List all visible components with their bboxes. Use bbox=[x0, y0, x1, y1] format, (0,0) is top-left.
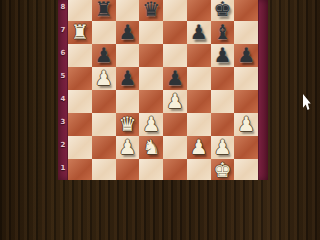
white-pawn[interactable]: ♟ bbox=[116, 136, 140, 159]
square-e1[interactable] bbox=[163, 159, 187, 180]
square-f4[interactable] bbox=[187, 90, 211, 113]
square-h1[interactable] bbox=[234, 159, 258, 180]
square-a6[interactable] bbox=[68, 44, 92, 67]
white-rook[interactable]: ♜ bbox=[68, 21, 92, 44]
square-h3[interactable]: ♟ bbox=[234, 113, 258, 136]
rank-label-5: 5 bbox=[58, 72, 68, 80]
square-c5[interactable]: ♟ bbox=[116, 67, 140, 90]
square-h8[interactable] bbox=[234, 0, 258, 21]
square-g5[interactable] bbox=[211, 67, 235, 90]
app-background: { "game": "chess", "position": "1r1q2k1/… bbox=[0, 0, 320, 180]
black-pawn[interactable]: ♟ bbox=[163, 67, 187, 90]
black-pawn[interactable]: ♟ bbox=[92, 44, 116, 67]
square-e5[interactable]: ♟ bbox=[163, 67, 187, 90]
rank-coordinates: 87654321 bbox=[58, 0, 68, 180]
square-f8[interactable] bbox=[187, 0, 211, 21]
square-h7[interactable] bbox=[234, 21, 258, 44]
black-pawn[interactable]: ♟ bbox=[211, 44, 235, 67]
black-pawn[interactable]: ♟ bbox=[116, 21, 140, 44]
square-e2[interactable] bbox=[163, 136, 187, 159]
square-f7[interactable]: ♟ bbox=[187, 21, 211, 44]
square-f5[interactable] bbox=[187, 67, 211, 90]
white-pawn[interactable]: ♟ bbox=[187, 136, 211, 159]
square-e7[interactable] bbox=[163, 21, 187, 44]
square-f1[interactable] bbox=[187, 159, 211, 180]
white-pawn[interactable]: ♟ bbox=[163, 90, 187, 113]
chess-board[interactable]: ♜♛♚♜♟♟♝♟♟♟♟♟♟♟♛♟♟♟♞♟♟♚ bbox=[68, 0, 258, 180]
white-pawn[interactable]: ♟ bbox=[211, 136, 235, 159]
square-d5[interactable] bbox=[139, 67, 163, 90]
square-h2[interactable] bbox=[234, 136, 258, 159]
black-king[interactable]: ♚ bbox=[211, 0, 235, 21]
white-pawn[interactable]: ♟ bbox=[139, 113, 163, 136]
square-b1[interactable] bbox=[92, 159, 116, 180]
black-rook[interactable]: ♜ bbox=[92, 0, 116, 21]
square-g3[interactable] bbox=[211, 113, 235, 136]
square-a3[interactable] bbox=[68, 113, 92, 136]
square-h6[interactable]: ♟ bbox=[234, 44, 258, 67]
black-queen[interactable]: ♛ bbox=[139, 0, 163, 21]
square-b3[interactable] bbox=[92, 113, 116, 136]
mouse-cursor bbox=[303, 94, 314, 110]
square-b6[interactable]: ♟ bbox=[92, 44, 116, 67]
square-h5[interactable] bbox=[234, 67, 258, 90]
square-e6[interactable] bbox=[163, 44, 187, 67]
rank-label-1: 1 bbox=[58, 164, 68, 172]
square-d1[interactable] bbox=[139, 159, 163, 180]
square-f2[interactable]: ♟ bbox=[187, 136, 211, 159]
square-c3[interactable]: ♛ bbox=[116, 113, 140, 136]
rank-label-3: 3 bbox=[58, 118, 68, 126]
square-f3[interactable] bbox=[187, 113, 211, 136]
square-e8[interactable] bbox=[163, 0, 187, 21]
square-e4[interactable]: ♟ bbox=[163, 90, 187, 113]
square-d4[interactable] bbox=[139, 90, 163, 113]
square-b4[interactable] bbox=[92, 90, 116, 113]
square-a7[interactable]: ♜ bbox=[68, 21, 92, 44]
rank-label-2: 2 bbox=[58, 141, 68, 149]
rank-label-4: 4 bbox=[58, 95, 68, 103]
square-h4[interactable] bbox=[234, 90, 258, 113]
square-c8[interactable] bbox=[116, 0, 140, 21]
white-pawn[interactable]: ♟ bbox=[92, 67, 116, 90]
square-c6[interactable] bbox=[116, 44, 140, 67]
square-b8[interactable]: ♜ bbox=[92, 0, 116, 21]
square-a2[interactable] bbox=[68, 136, 92, 159]
square-g1[interactable]: ♚ bbox=[211, 159, 235, 180]
square-d8[interactable]: ♛ bbox=[139, 0, 163, 21]
square-f6[interactable] bbox=[187, 44, 211, 67]
white-king[interactable]: ♚ bbox=[211, 159, 235, 180]
square-a8[interactable] bbox=[68, 0, 92, 21]
white-pawn[interactable]: ♟ bbox=[234, 113, 258, 136]
square-g8[interactable]: ♚ bbox=[211, 0, 235, 21]
square-a5[interactable] bbox=[68, 67, 92, 90]
white-queen[interactable]: ♛ bbox=[116, 113, 140, 136]
black-pawn[interactable]: ♟ bbox=[234, 44, 258, 67]
square-d6[interactable] bbox=[139, 44, 163, 67]
white-knight[interactable]: ♞ bbox=[139, 136, 163, 159]
black-pawn[interactable]: ♟ bbox=[116, 67, 140, 90]
square-c1[interactable] bbox=[116, 159, 140, 180]
square-b7[interactable] bbox=[92, 21, 116, 44]
black-bishop[interactable]: ♝ bbox=[211, 21, 235, 44]
rank-label-7: 7 bbox=[58, 26, 68, 34]
square-g2[interactable]: ♟ bbox=[211, 136, 235, 159]
square-c7[interactable]: ♟ bbox=[116, 21, 140, 44]
square-d7[interactable] bbox=[139, 21, 163, 44]
square-b2[interactable] bbox=[92, 136, 116, 159]
square-g6[interactable]: ♟ bbox=[211, 44, 235, 67]
rank-label-8: 8 bbox=[58, 3, 68, 11]
square-e3[interactable] bbox=[163, 113, 187, 136]
rank-label-6: 6 bbox=[58, 49, 68, 57]
square-c4[interactable] bbox=[116, 90, 140, 113]
black-pawn[interactable]: ♟ bbox=[187, 21, 211, 44]
square-a1[interactable] bbox=[68, 159, 92, 180]
square-g4[interactable] bbox=[211, 90, 235, 113]
square-g7[interactable]: ♝ bbox=[211, 21, 235, 44]
square-c2[interactable]: ♟ bbox=[116, 136, 140, 159]
square-d3[interactable]: ♟ bbox=[139, 113, 163, 136]
square-d2[interactable]: ♞ bbox=[139, 136, 163, 159]
square-a4[interactable] bbox=[68, 90, 92, 113]
square-b5[interactable]: ♟ bbox=[92, 67, 116, 90]
